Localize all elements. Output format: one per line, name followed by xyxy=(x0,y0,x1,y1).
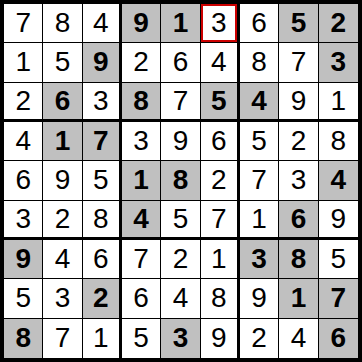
cell-digit: 4 xyxy=(15,127,31,155)
cell-digit: 6 xyxy=(15,166,31,194)
cell-r7c1[interactable]: 9 xyxy=(4,240,43,279)
cell-r2c9[interactable]: 3 xyxy=(319,43,358,82)
cell-r8c6[interactable]: 8 xyxy=(201,279,240,318)
cell-digit: 9 xyxy=(55,166,71,194)
cell-digit: 3 xyxy=(15,205,31,233)
cell-digit: 1 xyxy=(133,166,149,194)
cell-digit: 6 xyxy=(251,9,267,37)
cell-r7c6[interactable]: 1 xyxy=(201,240,240,279)
cell-digit: 3 xyxy=(133,127,149,155)
cell-r5c5[interactable]: 8 xyxy=(161,161,200,200)
cell-digit: 6 xyxy=(93,245,109,273)
sudoku-board: 7849136521592648732638754914173965286951… xyxy=(0,0,362,362)
cell-digit: 7 xyxy=(55,324,71,352)
cell-digit: 7 xyxy=(291,48,307,76)
cell-digit: 4 xyxy=(331,166,347,194)
cell-r3c5[interactable]: 7 xyxy=(161,83,200,122)
cell-r3c2[interactable]: 6 xyxy=(43,83,82,122)
cell-r7c8[interactable]: 8 xyxy=(279,240,318,279)
cell-r9c5[interactable]: 3 xyxy=(161,319,200,358)
cell-digit: 8 xyxy=(15,324,31,352)
cell-r7c3[interactable]: 6 xyxy=(83,240,122,279)
cell-digit: 9 xyxy=(173,127,189,155)
cell-r9c7[interactable]: 2 xyxy=(240,319,279,358)
cell-r3c1[interactable]: 2 xyxy=(4,83,43,122)
cell-r1c2[interactable]: 8 xyxy=(43,4,82,43)
cell-digit: 9 xyxy=(133,9,149,37)
cell-digit: 2 xyxy=(15,87,31,115)
cell-digit: 1 xyxy=(211,245,227,273)
cell-r9c3[interactable]: 1 xyxy=(83,319,122,358)
cell-digit: 5 xyxy=(55,48,71,76)
cell-digit: 7 xyxy=(331,284,347,312)
cell-r6c2[interactable]: 2 xyxy=(43,201,82,240)
cell-r4c1[interactable]: 4 xyxy=(4,122,43,161)
cell-r2c6[interactable]: 4 xyxy=(201,43,240,82)
cell-digit: 2 xyxy=(133,48,149,76)
cell-r2c1[interactable]: 1 xyxy=(4,43,43,82)
cell-r8c1[interactable]: 5 xyxy=(4,279,43,318)
cell-r6c4[interactable]: 4 xyxy=(122,201,161,240)
cell-digit: 2 xyxy=(55,205,71,233)
cell-r1c1[interactable]: 7 xyxy=(4,4,43,43)
cell-digit: 7 xyxy=(173,87,189,115)
cell-digit: 5 xyxy=(291,9,307,37)
cell-r8c3[interactable]: 2 xyxy=(83,279,122,318)
cell-r2c8[interactable]: 7 xyxy=(279,43,318,82)
cell-r1c9[interactable]: 2 xyxy=(319,4,358,43)
cell-r9c2[interactable]: 7 xyxy=(43,319,82,358)
cell-digit: 5 xyxy=(331,245,347,273)
cell-digit: 8 xyxy=(55,9,71,37)
cell-r3c3[interactable]: 3 xyxy=(83,83,122,122)
cell-r4c8[interactable]: 2 xyxy=(279,122,318,161)
cell-r8c4[interactable]: 6 xyxy=(122,279,161,318)
cell-r2c3[interactable]: 9 xyxy=(83,43,122,82)
cell-digit: 4 xyxy=(291,324,307,352)
cell-digit: 8 xyxy=(251,48,267,76)
cell-r2c4[interactable]: 2 xyxy=(122,43,161,82)
cell-r4c2[interactable]: 1 xyxy=(43,122,82,161)
cell-digit: 6 xyxy=(55,87,71,115)
cell-r5c3[interactable]: 5 xyxy=(83,161,122,200)
cell-r5c9[interactable]: 4 xyxy=(319,161,358,200)
cell-digit: 8 xyxy=(93,205,109,233)
cell-r8c8[interactable]: 1 xyxy=(279,279,318,318)
cell-digit: 8 xyxy=(173,166,189,194)
cell-r4c9[interactable]: 8 xyxy=(319,122,358,161)
cell-r4c6[interactable]: 6 xyxy=(201,122,240,161)
cell-digit: 7 xyxy=(211,205,227,233)
cell-digit: 3 xyxy=(211,9,227,37)
cell-r1c3[interactable]: 4 xyxy=(83,4,122,43)
cell-r1c7[interactable]: 6 xyxy=(240,4,279,43)
cell-digit: 1 xyxy=(93,324,109,352)
cell-r3c8[interactable]: 9 xyxy=(279,83,318,122)
cell-digit: 7 xyxy=(15,9,31,37)
cell-r9c1[interactable]: 8 xyxy=(4,319,43,358)
cell-r7c2[interactable]: 4 xyxy=(43,240,82,279)
cell-digit: 5 xyxy=(15,284,31,312)
cell-digit: 4 xyxy=(133,205,149,233)
cell-digit: 6 xyxy=(211,127,227,155)
cell-r4c3[interactable]: 7 xyxy=(83,122,122,161)
cell-r7c9[interactable]: 5 xyxy=(319,240,358,279)
cell-r5c1[interactable]: 6 xyxy=(4,161,43,200)
cell-digit: 8 xyxy=(211,284,227,312)
cell-r8c5[interactable]: 4 xyxy=(161,279,200,318)
cell-r7c5[interactable]: 2 xyxy=(161,240,200,279)
cell-digit: 1 xyxy=(251,205,267,233)
cell-r9c6[interactable]: 9 xyxy=(201,319,240,358)
cell-r3c4[interactable]: 8 xyxy=(122,83,161,122)
cell-r8c7[interactable]: 9 xyxy=(240,279,279,318)
cell-r4c4[interactable]: 3 xyxy=(122,122,161,161)
cell-r1c6[interactable]: 3 xyxy=(201,4,240,43)
cell-digit: 6 xyxy=(133,284,149,312)
cell-r3c9[interactable]: 1 xyxy=(319,83,358,122)
cell-r7c7[interactable]: 3 xyxy=(240,240,279,279)
cell-r2c5[interactable]: 6 xyxy=(161,43,200,82)
cell-digit: 9 xyxy=(93,48,109,76)
cell-r3c6[interactable]: 5 xyxy=(201,83,240,122)
cell-r8c2[interactable]: 3 xyxy=(43,279,82,318)
cell-r5c2[interactable]: 9 xyxy=(43,161,82,200)
cell-r5c6[interactable]: 2 xyxy=(201,161,240,200)
cell-digit: 6 xyxy=(291,205,307,233)
cell-digit: 8 xyxy=(291,245,307,273)
cell-digit: 8 xyxy=(133,87,149,115)
cell-digit: 3 xyxy=(291,166,307,194)
cell-digit: 9 xyxy=(211,324,227,352)
cell-r2c2[interactable]: 5 xyxy=(43,43,82,82)
cell-r2c7[interactable]: 8 xyxy=(240,43,279,82)
cell-digit: 2 xyxy=(251,324,267,352)
cell-r9c8[interactable]: 4 xyxy=(279,319,318,358)
cell-digit: 9 xyxy=(331,205,347,233)
cell-digit: 1 xyxy=(15,48,31,76)
cell-digit: 4 xyxy=(173,284,189,312)
cell-digit: 3 xyxy=(251,245,267,273)
cell-digit: 9 xyxy=(15,245,31,273)
cell-digit: 1 xyxy=(331,87,347,115)
cell-r5c8[interactable]: 3 xyxy=(279,161,318,200)
cell-digit: 3 xyxy=(331,48,347,76)
cell-digit: 5 xyxy=(173,205,189,233)
cell-r1c4[interactable]: 9 xyxy=(122,4,161,43)
cell-digit: 2 xyxy=(93,284,109,312)
cell-digit: 3 xyxy=(55,284,71,312)
cell-digit: 2 xyxy=(331,9,347,37)
cell-r6c6[interactable]: 7 xyxy=(201,201,240,240)
cell-r5c7[interactable]: 7 xyxy=(240,161,279,200)
cell-digit: 2 xyxy=(211,166,227,194)
cell-digit: 2 xyxy=(291,127,307,155)
cell-r9c4[interactable]: 5 xyxy=(122,319,161,358)
cell-digit: 7 xyxy=(133,245,149,273)
cell-digit: 4 xyxy=(93,9,109,37)
cell-digit: 4 xyxy=(55,245,71,273)
cell-r1c8[interactable]: 5 xyxy=(279,4,318,43)
cell-digit: 9 xyxy=(251,284,267,312)
cell-r4c5[interactable]: 9 xyxy=(161,122,200,161)
cell-digit: 1 xyxy=(173,9,189,37)
cell-digit: 4 xyxy=(211,48,227,76)
cell-r6c3[interactable]: 8 xyxy=(83,201,122,240)
cell-digit: 6 xyxy=(331,324,347,352)
cell-r6c9[interactable]: 9 xyxy=(319,201,358,240)
cell-r4c7[interactable]: 5 xyxy=(240,122,279,161)
cell-r6c1[interactable]: 3 xyxy=(4,201,43,240)
cell-digit: 8 xyxy=(331,127,347,155)
cell-digit: 3 xyxy=(173,324,189,352)
cell-digit: 7 xyxy=(93,127,109,155)
cell-r6c8[interactable]: 6 xyxy=(279,201,318,240)
cell-digit: 2 xyxy=(173,245,189,273)
cell-digit: 5 xyxy=(133,324,149,352)
cell-r3c7[interactable]: 4 xyxy=(240,83,279,122)
cell-digit: 9 xyxy=(291,87,307,115)
cell-r7c4[interactable]: 7 xyxy=(122,240,161,279)
cell-digit: 5 xyxy=(211,87,227,115)
cell-r9c9[interactable]: 6 xyxy=(319,319,358,358)
cell-digit: 3 xyxy=(93,87,109,115)
cell-digit: 5 xyxy=(93,166,109,194)
cell-r8c9[interactable]: 7 xyxy=(319,279,358,318)
cell-r1c5[interactable]: 1 xyxy=(161,4,200,43)
cell-digit: 6 xyxy=(173,48,189,76)
cell-r5c4[interactable]: 1 xyxy=(122,161,161,200)
cell-digit: 1 xyxy=(55,127,71,155)
cell-digit: 1 xyxy=(291,284,307,312)
cell-digit: 5 xyxy=(251,127,267,155)
cell-digit: 4 xyxy=(251,87,267,115)
cell-r6c7[interactable]: 1 xyxy=(240,201,279,240)
cell-digit: 7 xyxy=(251,166,267,194)
cell-r6c5[interactable]: 5 xyxy=(161,201,200,240)
